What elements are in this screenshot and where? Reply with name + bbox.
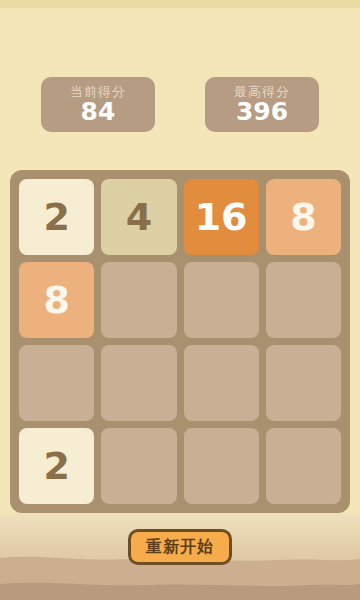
restart-button[interactable]: 重新开始 bbox=[128, 529, 232, 565]
empty-cell bbox=[184, 428, 259, 504]
empty-cell bbox=[101, 262, 176, 338]
empty-cell bbox=[184, 262, 259, 338]
tile-4: 4 bbox=[101, 179, 176, 255]
empty-cell bbox=[266, 345, 341, 421]
board[interactable]: 2416882 bbox=[10, 170, 350, 513]
empty-cell bbox=[184, 345, 259, 421]
tile-8: 8 bbox=[266, 179, 341, 255]
empty-cell bbox=[101, 345, 176, 421]
tile-2: 2 bbox=[19, 179, 94, 255]
empty-cell bbox=[266, 262, 341, 338]
best-score-box: 最高得分 396 bbox=[205, 77, 319, 132]
top-strip bbox=[0, 0, 360, 8]
tile-2: 2 bbox=[19, 428, 94, 504]
empty-cell bbox=[266, 428, 341, 504]
tile-8: 8 bbox=[19, 262, 94, 338]
current-score-value: 84 bbox=[81, 98, 116, 126]
current-score-box: 当前得分 84 bbox=[41, 77, 155, 132]
best-score-value: 396 bbox=[236, 98, 288, 126]
empty-cell bbox=[19, 345, 94, 421]
score-panel: 当前得分 84 最高得分 396 bbox=[0, 77, 360, 132]
game-screen: 当前得分 84 最高得分 396 2416882 重新开始 bbox=[0, 0, 360, 600]
tile-16: 16 bbox=[184, 179, 259, 255]
empty-cell bbox=[101, 428, 176, 504]
